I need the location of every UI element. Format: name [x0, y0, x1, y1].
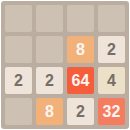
tile-8-r4c2: 8 — [36, 98, 63, 125]
tile-64-r3c3: 64 — [67, 67, 94, 94]
empty-cell-r4c1 — [5, 98, 32, 125]
empty-cell-r2c2 — [36, 36, 63, 63]
empty-cell-r2c1 — [5, 36, 32, 63]
empty-cell-r1c1 — [5, 5, 32, 32]
tile-8-r2c3: 8 — [67, 36, 94, 63]
tile-4-r3c4: 4 — [98, 67, 125, 94]
tile-32-r4c4: 32 — [98, 98, 125, 125]
empty-cell-r1c4 — [98, 5, 125, 32]
empty-cell-r1c2 — [36, 5, 63, 32]
tile-2-r3c2: 2 — [36, 67, 63, 94]
tile-2-r4c3: 2 — [67, 98, 94, 125]
tile-2-r2c4: 2 — [98, 36, 125, 63]
empty-cell-r1c3 — [67, 5, 94, 32]
tile-2-r3c1: 2 — [5, 67, 32, 94]
2048-board[interactable]: 82226448232 — [1, 1, 129, 129]
